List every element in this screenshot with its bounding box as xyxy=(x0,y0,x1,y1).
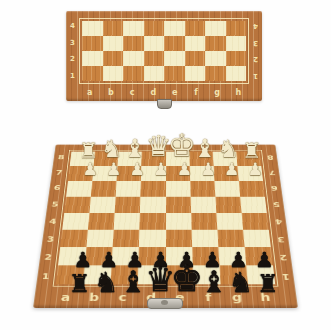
square xyxy=(139,230,165,247)
square xyxy=(91,181,117,197)
square xyxy=(239,181,265,197)
coordinate-label: 5 xyxy=(51,200,59,208)
square xyxy=(144,21,165,36)
square xyxy=(246,265,275,284)
square xyxy=(189,152,213,166)
square xyxy=(166,265,193,284)
square xyxy=(213,166,238,181)
square xyxy=(205,21,226,36)
main-board-wrap: 87654321 87654321 abcdefgh xyxy=(33,56,298,308)
coordinate-label: 1 xyxy=(41,272,50,282)
square xyxy=(144,36,165,51)
square xyxy=(214,181,240,197)
square xyxy=(138,265,165,284)
square xyxy=(103,36,124,51)
square xyxy=(213,152,238,166)
square xyxy=(192,247,219,265)
coordinate-label: 8 xyxy=(57,154,64,161)
square xyxy=(166,230,192,247)
square xyxy=(56,265,85,284)
square xyxy=(68,166,94,181)
square xyxy=(218,247,246,265)
coordinate-label: 3 xyxy=(276,235,284,244)
square xyxy=(205,36,226,51)
square xyxy=(123,36,144,51)
square xyxy=(164,36,185,51)
square xyxy=(191,230,218,247)
square xyxy=(82,36,103,51)
square xyxy=(185,36,206,51)
coordinate-label: 3 xyxy=(253,39,258,47)
square xyxy=(219,265,248,284)
coordinate-label: f xyxy=(205,291,212,303)
coordinate-label: a xyxy=(60,291,71,303)
square xyxy=(62,213,89,230)
square xyxy=(141,181,166,197)
square xyxy=(140,213,166,230)
coordinate-label: 4 xyxy=(274,217,282,225)
square xyxy=(103,21,124,36)
coordinate-label: 4 xyxy=(253,22,258,30)
coordinate-label: b xyxy=(89,291,100,303)
square xyxy=(94,152,119,166)
square xyxy=(240,197,267,213)
square xyxy=(114,213,140,230)
square xyxy=(115,197,141,213)
square xyxy=(64,197,91,213)
square xyxy=(118,152,142,166)
square xyxy=(142,152,166,166)
square xyxy=(166,213,192,230)
coordinate-label: 4 xyxy=(49,217,57,225)
square xyxy=(111,265,139,284)
square xyxy=(92,166,117,181)
main-board-squares xyxy=(56,152,275,285)
square xyxy=(85,247,113,265)
square xyxy=(189,166,214,181)
coordinate-label: 6 xyxy=(270,184,278,192)
square xyxy=(164,21,185,36)
square xyxy=(166,166,190,181)
square xyxy=(83,265,112,284)
square xyxy=(88,213,115,230)
chess-set-product-photo: 4321 4321 abcdefgh 87654321 87654321 abc… xyxy=(0,0,331,330)
square xyxy=(116,181,141,197)
coordinate-label: 7 xyxy=(268,169,276,176)
square xyxy=(237,166,263,181)
square xyxy=(66,181,92,197)
coordinate-label: g xyxy=(231,291,242,303)
square xyxy=(166,152,190,166)
coordinate-label: 4 xyxy=(70,22,75,30)
square xyxy=(70,152,95,166)
square xyxy=(82,21,103,36)
square xyxy=(166,197,191,213)
square xyxy=(216,213,243,230)
square xyxy=(86,230,113,247)
square xyxy=(141,166,165,181)
square xyxy=(166,247,193,265)
square xyxy=(113,230,140,247)
coordinate-label: 3 xyxy=(70,39,75,47)
square xyxy=(245,247,273,265)
square xyxy=(140,197,165,213)
square xyxy=(112,247,139,265)
square xyxy=(190,181,215,197)
coordinate-label: 2 xyxy=(279,253,287,262)
coordinate-label: c xyxy=(118,291,127,303)
coordinate-label: 7 xyxy=(55,169,63,176)
main-board-clasp-icon xyxy=(147,298,183,309)
square xyxy=(236,152,261,166)
square xyxy=(117,166,142,181)
coordinate-label: 1 xyxy=(281,272,290,282)
main-board: 87654321 87654321 abcdefgh xyxy=(33,145,298,308)
coordinate-label: 2 xyxy=(44,253,52,262)
coordinate-label: h xyxy=(260,291,271,303)
square xyxy=(166,181,191,197)
square xyxy=(217,230,244,247)
square xyxy=(226,36,247,51)
square xyxy=(243,230,271,247)
square xyxy=(90,197,116,213)
square xyxy=(215,197,241,213)
coordinate-label: 8 xyxy=(266,154,273,161)
square xyxy=(185,21,206,36)
coordinate-label: 5 xyxy=(272,200,280,208)
square xyxy=(123,21,144,36)
coordinate-label: 6 xyxy=(53,184,61,192)
square xyxy=(192,265,220,284)
square xyxy=(60,230,88,247)
square xyxy=(241,213,268,230)
square xyxy=(226,21,247,36)
square xyxy=(58,247,86,265)
square xyxy=(191,213,217,230)
square xyxy=(139,247,166,265)
square xyxy=(190,197,216,213)
coordinate-label: 3 xyxy=(46,235,54,244)
main-board-frame xyxy=(53,150,279,287)
